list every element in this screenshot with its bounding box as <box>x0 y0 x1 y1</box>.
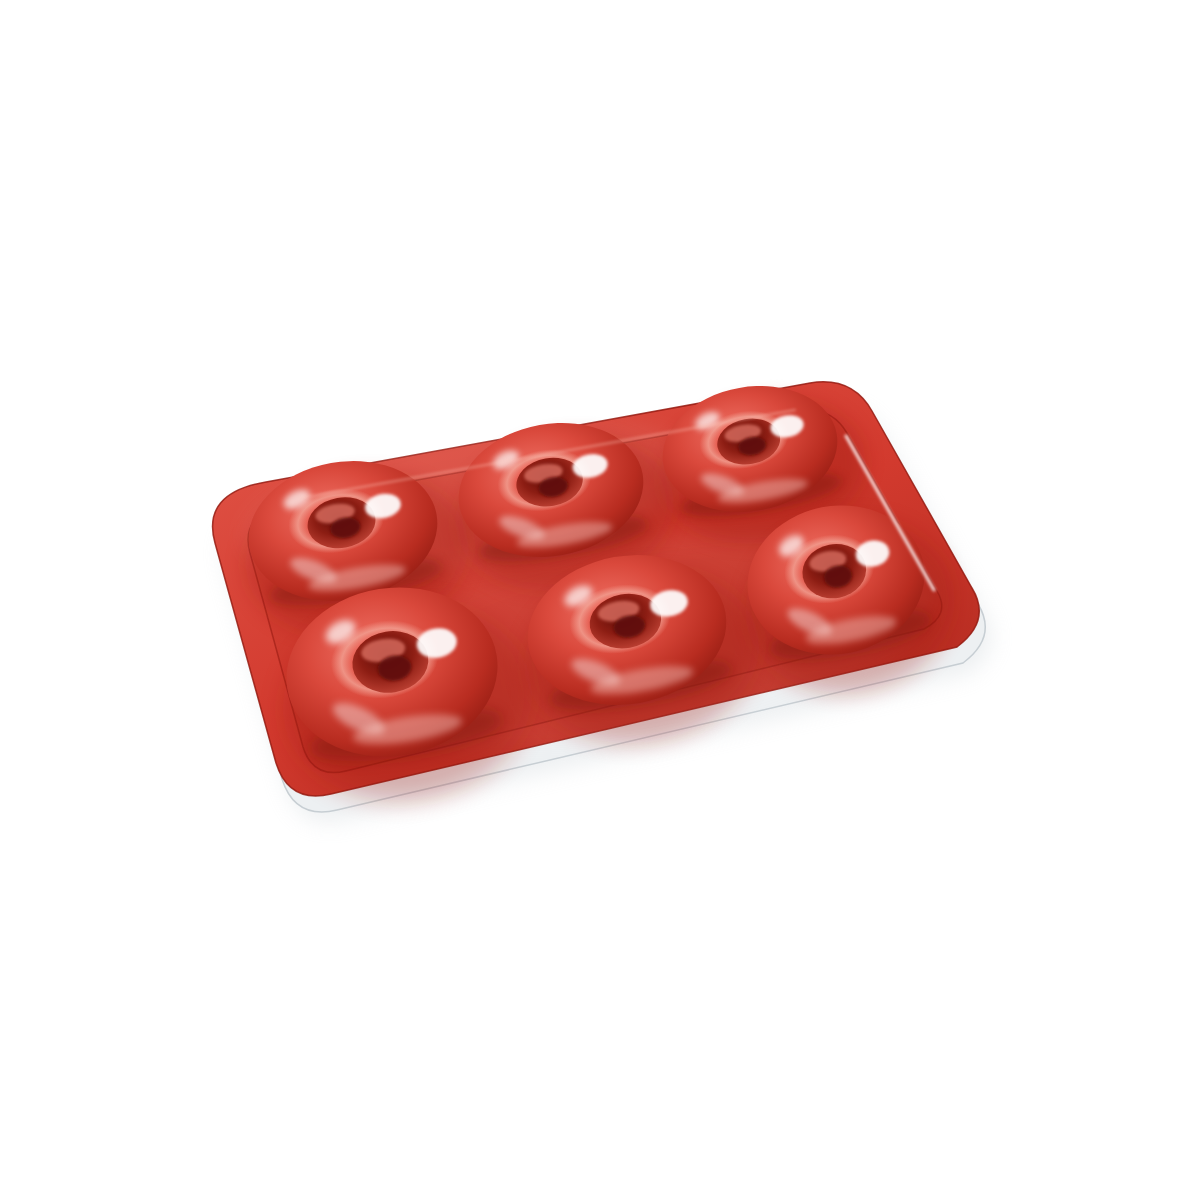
donut-pan-photo-svg <box>0 0 1200 1200</box>
product-photo <box>0 0 1200 1200</box>
